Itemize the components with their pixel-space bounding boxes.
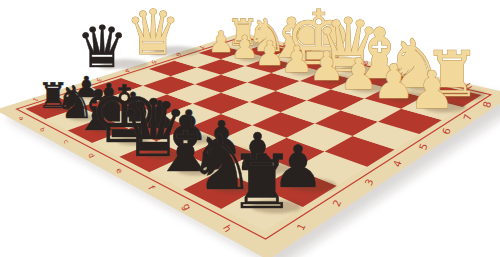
extra-piece-white-queen: ♛ <box>125 0 181 69</box>
piece-white-pawn-h7: ♟ <box>409 60 456 120</box>
chess-set-product-photo: aabbccddeeffgghh1122334455667788♛♛♜♞♟♝♟♚… <box>0 0 500 257</box>
scene-svg: aabbccddeeffgghh1122334455667788♛♛♜♞♟♝♟♚… <box>0 0 500 257</box>
piece-black-rook-h1: ♜ <box>229 139 296 226</box>
